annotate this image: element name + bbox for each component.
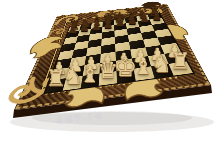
piece-black-pawn-h7[interactable]: ♟ <box>152 12 162 23</box>
piece-black-pawn-f7[interactable]: ♟ <box>127 16 137 27</box>
piece-black-pawn-a7[interactable]: ♟ <box>68 25 78 36</box>
piece-white-bishop-f1[interactable]: ♝ <box>134 55 154 77</box>
piece-black-pawn-e7[interactable]: ♟ <box>115 18 125 29</box>
piece-black-pawn-g7[interactable]: ♟ <box>140 14 150 25</box>
chess-set-photo: ♜♞♝♛♚♝♞♜♟♟♟♟♟♟♟♟♟♟♟♟♟♟♟♟♜♞♝♛♚♝♞♜ 4ит.ru <box>0 0 220 146</box>
piece-black-pawn-d7[interactable]: ♟ <box>103 20 113 31</box>
piece-white-rook-h1[interactable]: ♜ <box>170 50 190 72</box>
piece-black-pawn-b7[interactable]: ♟ <box>80 23 90 34</box>
pieces-layer: ♜♞♝♛♚♝♞♜♟♟♟♟♟♟♟♟♟♟♟♟♟♟♟♟♜♞♝♛♚♝♞♜ <box>0 0 220 146</box>
piece-white-knight-g1[interactable]: ♞ <box>152 52 172 74</box>
piece-black-pawn-c7[interactable]: ♟ <box>91 22 101 33</box>
